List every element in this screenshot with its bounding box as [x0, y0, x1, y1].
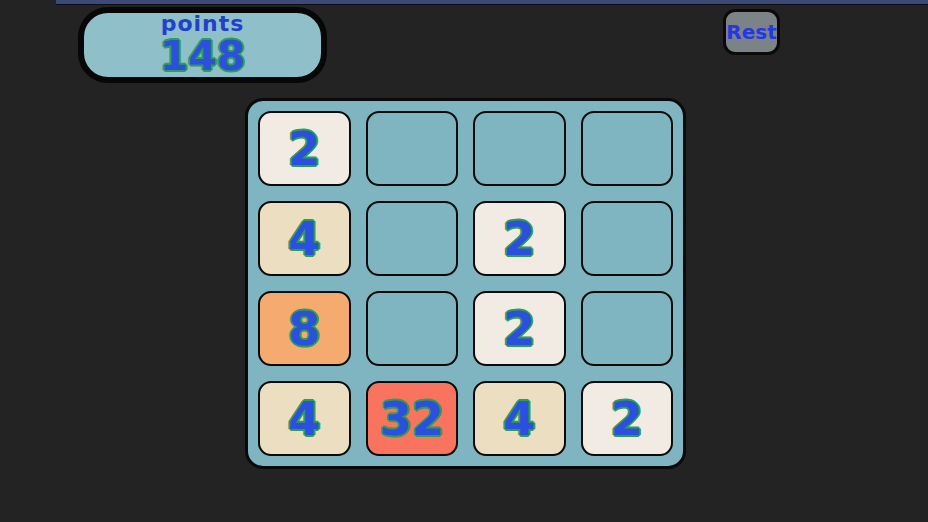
tile-4-r4c3: 4 — [473, 381, 566, 456]
tile-2-r4c4: 2 — [581, 381, 674, 456]
tile-2-r2c3: 2 — [473, 201, 566, 276]
tile-number: 4 — [288, 396, 320, 442]
top-edge-strip — [56, 0, 928, 5]
empty-cell-r1c3 — [473, 111, 566, 186]
tile-number: 8 — [288, 306, 320, 352]
empty-cell-r3c2 — [366, 291, 459, 366]
board[interactable]: 2428243242 — [245, 98, 686, 469]
tile-number: 4 — [288, 216, 320, 262]
tile-number: 4 — [503, 396, 535, 442]
reset-button[interactable]: Rest — [723, 9, 780, 55]
tile-number: 32 — [380, 396, 444, 442]
empty-cell-r3c4 — [581, 291, 674, 366]
empty-cell-r2c4 — [581, 201, 674, 276]
tile-4-r4c1: 4 — [258, 381, 351, 456]
tile-number: 2 — [288, 126, 320, 172]
tile-2-r1c1: 2 — [258, 111, 351, 186]
tile-4-r2c1: 4 — [258, 201, 351, 276]
tile-number: 2 — [611, 396, 643, 442]
empty-cell-r2c2 — [366, 201, 459, 276]
tile-number: 2 — [503, 216, 535, 262]
score-value: 148 — [160, 36, 246, 77]
game-stage: points 148 Rest 2428243242 — [0, 0, 928, 522]
tile-8-r3c1: 8 — [258, 291, 351, 366]
empty-cell-r1c4 — [581, 111, 674, 186]
tile-2-r3c3: 2 — [473, 291, 566, 366]
tile-32-r4c2: 32 — [366, 381, 459, 456]
score-panel: points 148 — [78, 7, 327, 83]
empty-cell-r1c2 — [366, 111, 459, 186]
tile-number: 2 — [503, 306, 535, 352]
